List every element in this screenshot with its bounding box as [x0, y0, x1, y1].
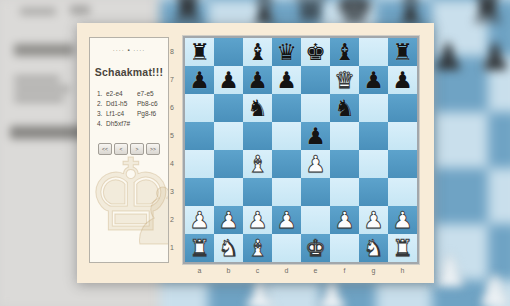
- piece-white-rook: ♜: [392, 234, 413, 262]
- square-b7[interactable]: ♟: [214, 66, 243, 94]
- piece-white-rook: ♜: [189, 234, 210, 262]
- square-g7[interactable]: ♟: [359, 66, 388, 94]
- piece-black-queen: ♛: [276, 38, 297, 66]
- move-row: 1.e2-e4e7-e5: [97, 89, 168, 99]
- chess-app-card: ♚ ♟ ···· ▪ ···· Schaakmat!!! 1.e2-e4e7-e…: [77, 23, 434, 283]
- square-a3[interactable]: [185, 178, 214, 206]
- square-c8[interactable]: ♝: [243, 38, 272, 66]
- piece-white-pawn: ♟: [247, 206, 268, 234]
- square-b5[interactable]: [214, 122, 243, 150]
- square-d2[interactable]: ♟: [272, 206, 301, 234]
- rank-label-5: 5: [165, 122, 179, 150]
- piece-black-pawn: ♟: [247, 66, 268, 94]
- move-black: Pb8-c6: [137, 99, 167, 109]
- move-white: Dd1-h5: [106, 99, 137, 109]
- watermark-king-icon: ♚: [89, 146, 169, 246]
- piece-black-pawn: ♟: [305, 122, 326, 150]
- piece-black-knight: ♞: [247, 94, 268, 122]
- piece-white-pawn: ♟: [276, 206, 297, 234]
- nav-last-button[interactable]: >>: [146, 143, 160, 155]
- background-blob: [20, 8, 56, 15]
- move-nav-buttons: <<<>>>: [90, 137, 168, 155]
- square-c2[interactable]: ♟: [243, 206, 272, 234]
- square-h5[interactable]: [388, 122, 417, 150]
- square-h8[interactable]: ♜: [388, 38, 417, 66]
- square-a1[interactable]: ♜: [185, 234, 214, 262]
- move-panel: ♚ ♟ ···· ▪ ···· Schaakmat!!! 1.e2-e4e7-e…: [89, 37, 169, 263]
- status-title: Schaakmat!!!: [90, 66, 168, 78]
- square-d4[interactable]: [272, 150, 301, 178]
- rank-label-7: 7: [165, 66, 179, 94]
- square-f7[interactable]: ♛: [330, 66, 359, 94]
- rank-labels: 87654321: [165, 38, 179, 262]
- rank-label-2: 2: [165, 206, 179, 234]
- square-e6[interactable]: [301, 94, 330, 122]
- square-a5[interactable]: [185, 122, 214, 150]
- piece-black-king: ♚: [305, 38, 326, 66]
- square-c6[interactable]: ♞: [243, 94, 272, 122]
- rank-label-4: 4: [165, 150, 179, 178]
- file-label-e: e: [301, 266, 330, 276]
- file-label-b: b: [214, 266, 243, 276]
- square-h2[interactable]: ♟: [388, 206, 417, 234]
- square-g1[interactable]: ♞: [359, 234, 388, 262]
- square-d5[interactable]: [272, 122, 301, 150]
- file-label-a: a: [185, 266, 214, 276]
- piece-black-rook: ♜: [189, 38, 210, 66]
- square-h3[interactable]: [388, 178, 417, 206]
- piece-white-pawn: ♟: [189, 206, 210, 234]
- piece-white-pawn: ♟: [334, 206, 355, 234]
- square-b1[interactable]: ♞: [214, 234, 243, 262]
- chess-board: ♜♝♛♚♝♜♟♟♟♟♛♟♟♞♞♟♝♟♟♟♟♟♟♟♟♜♞♝♚♞♜: [185, 38, 417, 262]
- file-label-h: h: [388, 266, 417, 276]
- square-g4[interactable]: [359, 150, 388, 178]
- piece-white-pawn: ♟: [305, 150, 326, 178]
- square-d6[interactable]: [272, 94, 301, 122]
- square-c3[interactable]: [243, 178, 272, 206]
- rank-label-1: 1: [165, 234, 179, 262]
- screenshot-stage: ♜♝♛♚♝♜♟♟♟♟♟♟ ♚ ♟ ···· ▪ ···· Schaakmat!!…: [0, 0, 510, 306]
- square-d1[interactable]: [272, 234, 301, 262]
- move-black: Pg8-f6: [137, 109, 167, 119]
- piece-black-pawn: ♟: [363, 66, 384, 94]
- file-labels: abcdefgh: [185, 266, 417, 276]
- square-d7[interactable]: ♟: [272, 66, 301, 94]
- background-blob: [14, 76, 60, 82]
- piece-white-bishop: ♝: [247, 150, 268, 178]
- square-g2[interactable]: ♟: [359, 206, 388, 234]
- piece-white-pawn: ♟: [363, 206, 384, 234]
- file-label-c: c: [243, 266, 272, 276]
- move-row: 4.Dh5xf7#: [97, 119, 168, 129]
- move-number: 3.: [97, 109, 106, 119]
- square-f8[interactable]: ♝: [330, 38, 359, 66]
- move-white: Lf1-c4: [106, 109, 137, 119]
- players-row: ···· ▪ ····: [90, 47, 168, 53]
- piece-black-rook: ♜: [392, 38, 413, 66]
- square-g3[interactable]: [359, 178, 388, 206]
- square-c1[interactable]: ♝: [243, 234, 272, 262]
- move-white: Dh5xf7#: [106, 119, 137, 129]
- square-a6[interactable]: [185, 94, 214, 122]
- piece-white-queen: ♛: [334, 66, 355, 94]
- square-a8[interactable]: ♜: [185, 38, 214, 66]
- square-e5[interactable]: ♟: [301, 122, 330, 150]
- background-blob: [14, 44, 74, 56]
- file-label-d: d: [272, 266, 301, 276]
- nav-next-button[interactable]: >: [130, 143, 144, 155]
- move-black: e7-e5: [137, 89, 167, 99]
- nav-prev-button[interactable]: <: [114, 143, 128, 155]
- move-black: [137, 119, 167, 129]
- square-a7[interactable]: ♟: [185, 66, 214, 94]
- move-white: e2-e4: [106, 89, 137, 99]
- square-a4[interactable]: [185, 150, 214, 178]
- piece-white-knight: ♞: [218, 234, 239, 262]
- square-g5[interactable]: [359, 122, 388, 150]
- square-b8[interactable]: [214, 38, 243, 66]
- square-b6[interactable]: [214, 94, 243, 122]
- square-f2[interactable]: ♟: [330, 206, 359, 234]
- square-c4[interactable]: ♝: [243, 150, 272, 178]
- rank-label-8: 8: [165, 38, 179, 66]
- square-a2[interactable]: ♟: [185, 206, 214, 234]
- piece-white-pawn: ♟: [218, 206, 239, 234]
- square-g8[interactable]: [359, 38, 388, 66]
- square-b2[interactable]: ♟: [214, 206, 243, 234]
- square-f4[interactable]: [330, 150, 359, 178]
- square-h1[interactable]: ♜: [388, 234, 417, 262]
- square-d8[interactable]: ♛: [272, 38, 301, 66]
- square-e8[interactable]: ♚: [301, 38, 330, 66]
- background-blob: [70, 6, 90, 14]
- move-row: 2.Dd1-h5Pb8-c6: [97, 99, 168, 109]
- watermark-pawn-icon: ♟: [128, 178, 169, 256]
- board-frame: ♜♝♛♚♝♜♟♟♟♟♛♟♟♞♞♟♝♟♟♟♟♟♟♟♟♜♞♝♚♞♜: [183, 36, 419, 264]
- move-row: 3.Lf1-c4Pg8-f6: [97, 109, 168, 119]
- square-f1[interactable]: [330, 234, 359, 262]
- move-list: 1.e2-e4e7-e52.Dd1-h5Pb8-c63.Lf1-c4Pg8-f6…: [97, 89, 168, 129]
- square-f3[interactable]: [330, 178, 359, 206]
- square-f5[interactable]: [330, 122, 359, 150]
- square-c7[interactable]: ♟: [243, 66, 272, 94]
- piece-black-pawn: ♟: [218, 66, 239, 94]
- square-h4[interactable]: [388, 150, 417, 178]
- piece-black-bishop: ♝: [247, 38, 268, 66]
- piece-white-knight: ♞: [363, 234, 384, 262]
- square-e1[interactable]: ♚: [301, 234, 330, 262]
- rank-label-3: 3: [165, 178, 179, 206]
- square-b4[interactable]: [214, 150, 243, 178]
- piece-black-knight: ♞: [334, 94, 355, 122]
- move-number: 1.: [97, 89, 106, 99]
- square-h6[interactable]: [388, 94, 417, 122]
- move-number: 4.: [97, 119, 106, 129]
- background-blob: [14, 96, 64, 102]
- move-number: 2.: [97, 99, 106, 109]
- file-label-g: g: [359, 266, 388, 276]
- square-e3[interactable]: [301, 178, 330, 206]
- piece-white-pawn: ♟: [392, 206, 413, 234]
- square-g6[interactable]: [359, 94, 388, 122]
- piece-black-pawn: ♟: [189, 66, 210, 94]
- piece-black-pawn: ♟: [392, 66, 413, 94]
- square-d3[interactable]: [272, 178, 301, 206]
- background-blob: [14, 86, 70, 92]
- piece-black-bishop: ♝: [334, 38, 355, 66]
- square-b3[interactable]: [214, 178, 243, 206]
- square-f6[interactable]: ♞: [330, 94, 359, 122]
- rank-label-6: 6: [165, 94, 179, 122]
- square-h7[interactable]: ♟: [388, 66, 417, 94]
- piece-black-pawn: ♟: [276, 66, 297, 94]
- file-label-f: f: [330, 266, 359, 276]
- piece-white-king: ♚: [305, 234, 326, 262]
- nav-first-button[interactable]: <<: [98, 143, 112, 155]
- square-e2[interactable]: [301, 206, 330, 234]
- square-c5[interactable]: [243, 122, 272, 150]
- piece-white-bishop: ♝: [247, 234, 268, 262]
- square-e7[interactable]: [301, 66, 330, 94]
- square-e4[interactable]: ♟: [301, 150, 330, 178]
